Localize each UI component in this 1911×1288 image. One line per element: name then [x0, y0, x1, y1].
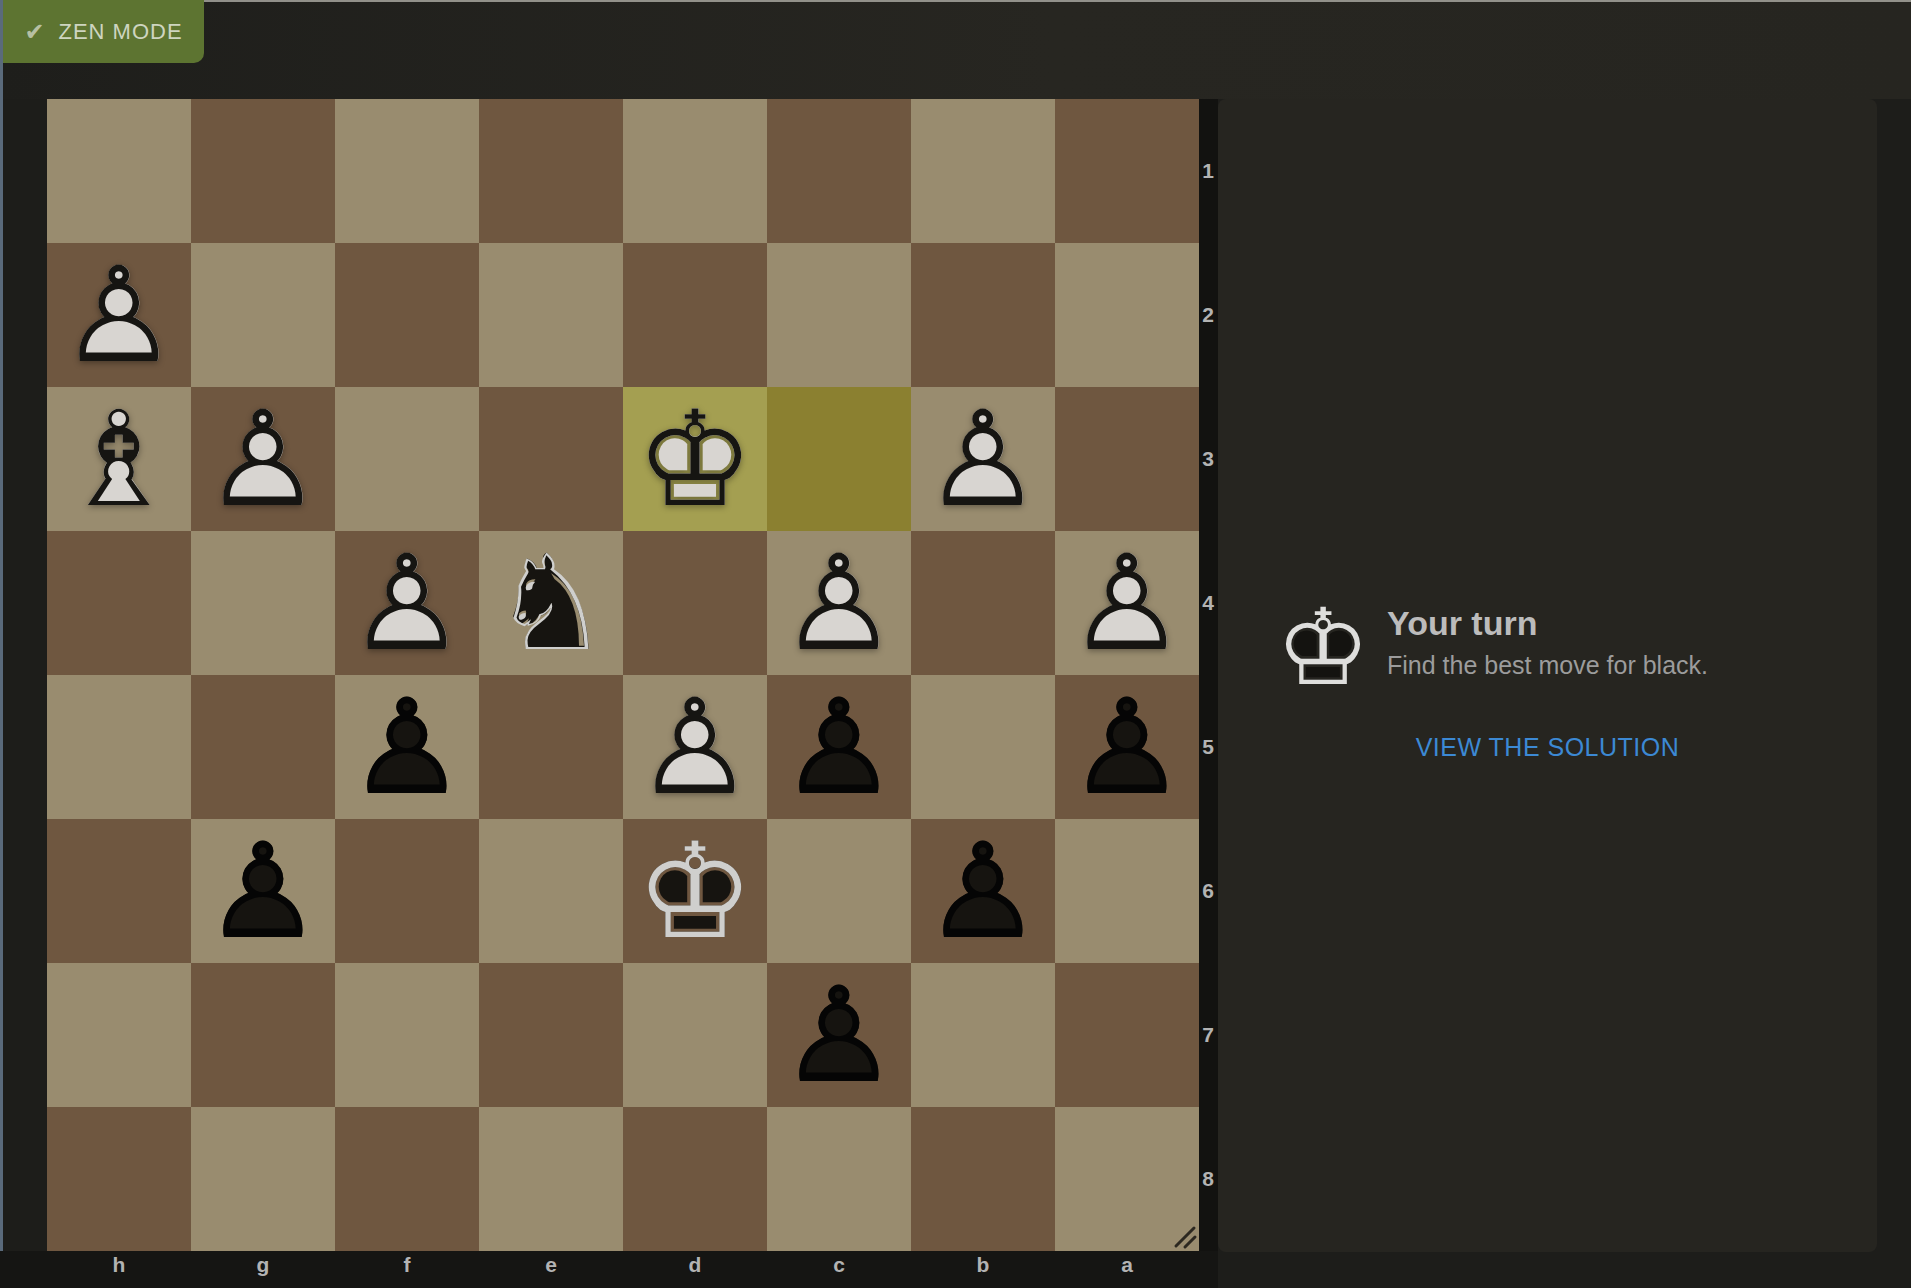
rank-label-6: 6 — [1197, 819, 1219, 963]
square-h6[interactable] — [47, 819, 191, 963]
square-f3[interactable] — [335, 387, 479, 531]
square-c3[interactable] — [767, 387, 911, 531]
square-f8[interactable] — [335, 1107, 479, 1251]
white-pawn[interactable]: ♟♙ — [47, 243, 191, 387]
file-label-d: d — [623, 1253, 767, 1285]
black-pawn[interactable]: ♟♙ — [191, 819, 335, 963]
zen-mode-button[interactable]: ✔ ZEN MODE — [3, 0, 204, 63]
turn-subtitle: Find the best move for black. — [1387, 651, 1708, 680]
square-b4[interactable] — [911, 531, 1055, 675]
square-c1[interactable] — [767, 99, 911, 243]
square-g5[interactable] — [191, 675, 335, 819]
square-f6[interactable] — [335, 819, 479, 963]
white-pawn[interactable]: ♟♙ — [191, 387, 335, 531]
zen-left-edge-line — [0, 0, 3, 1288]
square-c5[interactable]: ♟♙ — [767, 675, 911, 819]
black-pawn[interactable]: ♟♙ — [767, 963, 911, 1107]
board-resize-handle[interactable] — [1168, 1220, 1198, 1250]
square-h2[interactable]: ♟♙ — [47, 243, 191, 387]
white-pawn[interactable]: ♟♙ — [767, 531, 911, 675]
black-king-icon: ♚ ♔ — [1268, 588, 1378, 708]
rank-label-3: 3 — [1197, 387, 1219, 531]
square-d8[interactable] — [623, 1107, 767, 1251]
square-d5[interactable]: ♟♙ — [623, 675, 767, 819]
rank-label-7: 7 — [1197, 963, 1219, 1107]
square-b7[interactable] — [911, 963, 1055, 1107]
top-edge-line — [0, 0, 1911, 2]
square-f1[interactable] — [335, 99, 479, 243]
black-pawn[interactable]: ♟♙ — [335, 675, 479, 819]
square-a2[interactable] — [1055, 243, 1199, 387]
square-g4[interactable] — [191, 531, 335, 675]
black-knight[interactable]: ♞♘ — [479, 531, 623, 675]
file-label-g: g — [191, 1253, 335, 1285]
square-h5[interactable] — [47, 675, 191, 819]
square-g1[interactable] — [191, 99, 335, 243]
white-pawn[interactable]: ♟♙ — [911, 387, 1055, 531]
square-c7[interactable]: ♟♙ — [767, 963, 911, 1107]
square-a1[interactable] — [1055, 99, 1199, 243]
rank-label-1: 1 — [1197, 99, 1219, 243]
square-g6[interactable]: ♟♙ — [191, 819, 335, 963]
square-e2[interactable] — [479, 243, 623, 387]
top-bar — [0, 0, 1911, 99]
square-f4[interactable]: ♟♙ — [335, 531, 479, 675]
square-c2[interactable] — [767, 243, 911, 387]
square-g7[interactable] — [191, 963, 335, 1107]
file-label-a: a — [1055, 1253, 1199, 1285]
white-pawn[interactable]: ♟♙ — [623, 675, 767, 819]
square-d3[interactable]: ♚♔ — [623, 387, 767, 531]
square-a4[interactable]: ♟♙ — [1055, 531, 1199, 675]
square-g3[interactable]: ♟♙ — [191, 387, 335, 531]
square-b3[interactable]: ♟♙ — [911, 387, 1055, 531]
white-king[interactable]: ♚♔ — [623, 387, 767, 531]
rank-coordinates: 12345678 — [1197, 99, 1219, 1251]
white-pawn[interactable]: ♟♙ — [1055, 531, 1199, 675]
square-e1[interactable] — [479, 99, 623, 243]
file-label-b: b — [911, 1253, 1055, 1285]
file-coordinates: hgfedcba — [47, 1253, 1199, 1285]
file-label-e: e — [479, 1253, 623, 1285]
file-label-f: f — [335, 1253, 479, 1285]
square-f5[interactable]: ♟♙ — [335, 675, 479, 819]
square-d7[interactable] — [623, 963, 767, 1107]
zen-mode-label: ZEN MODE — [58, 19, 182, 45]
square-b6[interactable]: ♟♙ — [911, 819, 1055, 963]
chess-board[interactable]: ♟♙♝♗♟♙♚♔♟♙♟♙♞♘♟♙♟♙♟♙♟♙♟♙♟♙♟♙♚♔♟♙♟♙ — [47, 99, 1199, 1251]
square-h3[interactable]: ♝♗ — [47, 387, 191, 531]
square-d6[interactable]: ♚♔ — [623, 819, 767, 963]
square-f2[interactable] — [335, 243, 479, 387]
square-e5[interactable] — [479, 675, 623, 819]
black-king[interactable]: ♚♔ — [623, 819, 767, 963]
white-pawn[interactable]: ♟♙ — [335, 531, 479, 675]
white-bishop[interactable]: ♝♗ — [47, 387, 191, 531]
square-h8[interactable] — [47, 1107, 191, 1251]
square-c6[interactable] — [767, 819, 911, 963]
square-d4[interactable] — [623, 531, 767, 675]
square-a6[interactable] — [1055, 819, 1199, 963]
square-h1[interactable] — [47, 99, 191, 243]
black-pawn[interactable]: ♟♙ — [1055, 675, 1199, 819]
square-c4[interactable]: ♟♙ — [767, 531, 911, 675]
rank-label-5: 5 — [1197, 675, 1219, 819]
square-d2[interactable] — [623, 243, 767, 387]
square-c8[interactable] — [767, 1107, 911, 1251]
square-e8[interactable] — [479, 1107, 623, 1251]
square-e3[interactable] — [479, 387, 623, 531]
square-b1[interactable] — [911, 99, 1055, 243]
square-e7[interactable] — [479, 963, 623, 1107]
rank-label-8: 8 — [1197, 1107, 1219, 1251]
square-d1[interactable] — [623, 99, 767, 243]
view-solution-link[interactable]: VIEW THE SOLUTION — [1218, 733, 1877, 762]
black-pawn[interactable]: ♟♙ — [767, 675, 911, 819]
black-pawn[interactable]: ♟♙ — [911, 819, 1055, 963]
square-a7[interactable] — [1055, 963, 1199, 1107]
rank-label-2: 2 — [1197, 243, 1219, 387]
square-b8[interactable] — [911, 1107, 1055, 1251]
square-a3[interactable] — [1055, 387, 1199, 531]
square-a5[interactable]: ♟♙ — [1055, 675, 1199, 819]
square-h7[interactable] — [47, 963, 191, 1107]
rank-label-4: 4 — [1197, 531, 1219, 675]
square-g2[interactable] — [191, 243, 335, 387]
square-b5[interactable] — [911, 675, 1055, 819]
square-e6[interactable] — [479, 819, 623, 963]
square-h4[interactable] — [47, 531, 191, 675]
file-label-h: h — [47, 1253, 191, 1285]
check-icon: ✔ — [24, 20, 44, 44]
square-g8[interactable] — [191, 1107, 335, 1251]
square-b2[interactable] — [911, 243, 1055, 387]
square-f7[interactable] — [335, 963, 479, 1107]
file-label-c: c — [767, 1253, 911, 1285]
square-e4[interactable]: ♞♘ — [479, 531, 623, 675]
turn-title: Your turn — [1387, 604, 1537, 643]
